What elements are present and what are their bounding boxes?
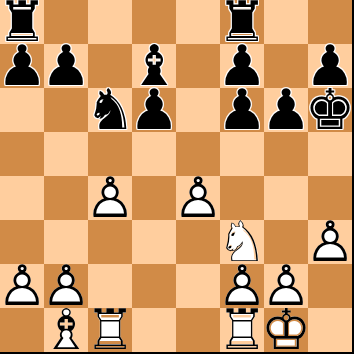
- square-g4[interactable]: [264, 176, 308, 220]
- square-f1[interactable]: ♖: [220, 308, 264, 352]
- square-e6[interactable]: [176, 88, 220, 132]
- chess-board: ♜♜♟♟♝♟♟♞♟♟♟♚♙♙♘♙♙♙♙♙♗♖♖♔: [0, 0, 352, 352]
- square-d4[interactable]: [132, 176, 176, 220]
- chess-board-frame: ♜♜♟♟♝♟♟♞♟♟♟♚♙♙♘♙♙♙♙♙♗♖♖♔: [0, 0, 354, 354]
- square-g1[interactable]: ♔: [264, 308, 308, 352]
- square-a5[interactable]: [0, 132, 44, 176]
- square-c4[interactable]: ♙: [88, 176, 132, 220]
- square-e8[interactable]: [176, 0, 220, 44]
- square-a2[interactable]: ♙: [0, 264, 44, 308]
- square-h6[interactable]: ♚: [308, 88, 352, 132]
- piece-black-knight-c6[interactable]: ♞: [85, 82, 135, 138]
- square-h3[interactable]: ♙: [308, 220, 352, 264]
- square-a7[interactable]: ♟: [0, 44, 44, 88]
- square-h1[interactable]: [308, 308, 352, 352]
- square-d6[interactable]: ♟: [132, 88, 176, 132]
- piece-white-pawn-c4[interactable]: ♙: [85, 170, 135, 226]
- square-e2[interactable]: [176, 264, 220, 308]
- piece-white-pawn-e4[interactable]: ♙: [173, 170, 223, 226]
- square-g8[interactable]: [264, 0, 308, 44]
- piece-black-pawn-g6[interactable]: ♟: [261, 82, 311, 138]
- piece-white-bishop-b1[interactable]: ♗: [41, 302, 91, 354]
- square-e4[interactable]: ♙: [176, 176, 220, 220]
- piece-black-pawn-d6[interactable]: ♟: [129, 82, 179, 138]
- piece-black-pawn-b7[interactable]: ♟: [41, 38, 91, 94]
- square-c6[interactable]: ♞: [88, 88, 132, 132]
- piece-black-king-h6[interactable]: ♚: [305, 82, 354, 138]
- square-b7[interactable]: ♟: [44, 44, 88, 88]
- square-a4[interactable]: [0, 176, 44, 220]
- square-b5[interactable]: [44, 132, 88, 176]
- square-b1[interactable]: ♗: [44, 308, 88, 352]
- square-d3[interactable]: [132, 220, 176, 264]
- piece-white-king-g1[interactable]: ♔: [261, 302, 311, 354]
- piece-white-rook-f1[interactable]: ♖: [217, 302, 267, 354]
- square-g6[interactable]: ♟: [264, 88, 308, 132]
- piece-white-rook-c1[interactable]: ♖: [85, 302, 135, 354]
- square-e7[interactable]: [176, 44, 220, 88]
- square-d1[interactable]: [132, 308, 176, 352]
- piece-white-pawn-h3[interactable]: ♙: [305, 214, 354, 270]
- square-f6[interactable]: ♟: [220, 88, 264, 132]
- square-d2[interactable]: [132, 264, 176, 308]
- square-c8[interactable]: [88, 0, 132, 44]
- square-b4[interactable]: [44, 176, 88, 220]
- piece-black-pawn-f6[interactable]: ♟: [217, 82, 267, 138]
- square-e1[interactable]: [176, 308, 220, 352]
- square-c1[interactable]: ♖: [88, 308, 132, 352]
